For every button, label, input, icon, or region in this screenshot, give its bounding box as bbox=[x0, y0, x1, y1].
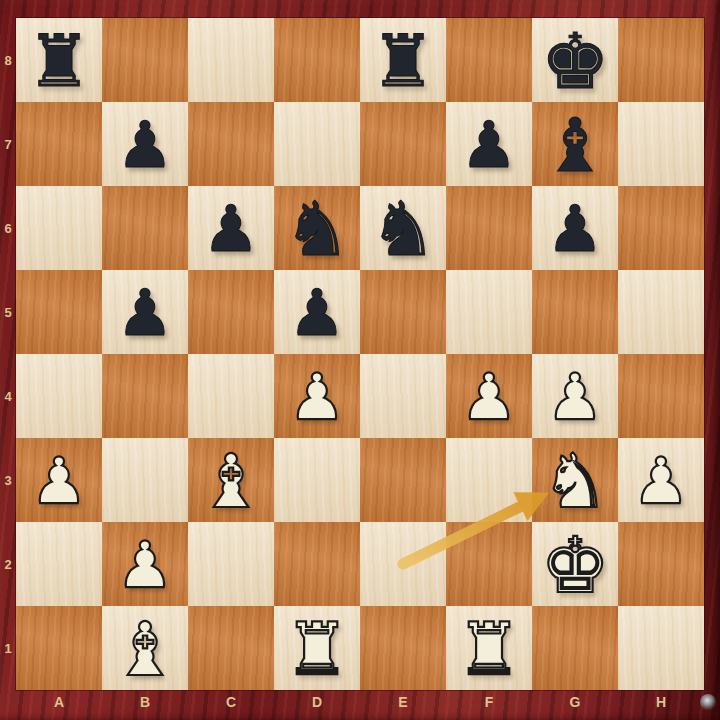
square-g8: ♚ bbox=[532, 18, 618, 102]
black-king-g8: ♚ bbox=[540, 23, 609, 100]
square-d4: ♟ bbox=[274, 354, 360, 438]
file-label-d: D bbox=[274, 690, 360, 720]
file-label-e: E bbox=[360, 690, 446, 720]
glossy-dot bbox=[700, 694, 716, 710]
file-label-f: F bbox=[446, 690, 532, 720]
square-b6 bbox=[102, 186, 188, 270]
white-pawn-f4: ♟ bbox=[460, 365, 517, 429]
file-label-c: C bbox=[188, 690, 274, 720]
square-a2 bbox=[16, 522, 102, 606]
square-d8 bbox=[274, 18, 360, 102]
square-c8 bbox=[188, 18, 274, 102]
file-label-g: G bbox=[532, 690, 618, 720]
rank-label-2: 2 bbox=[0, 522, 16, 606]
board: ♜♜♚♟♟♝♟♞♞♟♟♟♟♟♟♟♝♞♟♟♚♝♜♜ bbox=[16, 18, 704, 690]
white-bishop-b1: ♝ bbox=[112, 612, 178, 686]
file-label-h: H bbox=[618, 690, 704, 720]
white-rook-d1: ♜ bbox=[285, 613, 350, 685]
white-pawn-h3: ♟ bbox=[632, 449, 689, 513]
square-a4 bbox=[16, 354, 102, 438]
square-h1 bbox=[618, 606, 704, 690]
square-a8: ♜ bbox=[16, 18, 102, 102]
square-c7 bbox=[188, 102, 274, 186]
square-g5 bbox=[532, 270, 618, 354]
rank-label-4: 4 bbox=[0, 354, 16, 438]
square-a1 bbox=[16, 606, 102, 690]
square-c1 bbox=[188, 606, 274, 690]
square-b2: ♟ bbox=[102, 522, 188, 606]
rank-label-5: 5 bbox=[0, 270, 16, 354]
black-rook-e8: ♜ bbox=[371, 25, 436, 97]
square-e6: ♞ bbox=[360, 186, 446, 270]
square-f3 bbox=[446, 438, 532, 522]
square-c5 bbox=[188, 270, 274, 354]
black-bishop-g7: ♝ bbox=[542, 108, 608, 182]
square-c6: ♟ bbox=[188, 186, 274, 270]
square-b4 bbox=[102, 354, 188, 438]
square-g7: ♝ bbox=[532, 102, 618, 186]
black-pawn-b7: ♟ bbox=[116, 113, 173, 177]
square-c3: ♝ bbox=[188, 438, 274, 522]
square-h7 bbox=[618, 102, 704, 186]
square-a5 bbox=[16, 270, 102, 354]
rank-label-8: 8 bbox=[0, 18, 16, 102]
square-a6 bbox=[16, 186, 102, 270]
file-label-a: A bbox=[16, 690, 102, 720]
square-g4: ♟ bbox=[532, 354, 618, 438]
square-f5 bbox=[446, 270, 532, 354]
square-f8 bbox=[446, 18, 532, 102]
square-h2 bbox=[618, 522, 704, 606]
black-pawn-d5: ♟ bbox=[288, 281, 345, 345]
file-labels: ABCDEFGH bbox=[16, 690, 704, 720]
square-d1: ♜ bbox=[274, 606, 360, 690]
square-b1: ♝ bbox=[102, 606, 188, 690]
square-f2 bbox=[446, 522, 532, 606]
square-f4: ♟ bbox=[446, 354, 532, 438]
chess-diagram: 87654321 ABCDEFGH ♜♜♚♟♟♝♟♞♞♟♟♟♟♟♟♟♝♞♟♟♚♝… bbox=[0, 0, 720, 720]
black-knight-e6: ♞ bbox=[369, 192, 436, 267]
white-pawn-d4: ♟ bbox=[288, 365, 345, 429]
rank-label-1: 1 bbox=[0, 606, 16, 690]
square-e8: ♜ bbox=[360, 18, 446, 102]
square-f6 bbox=[446, 186, 532, 270]
square-d6: ♞ bbox=[274, 186, 360, 270]
square-c2 bbox=[188, 522, 274, 606]
square-f1: ♜ bbox=[446, 606, 532, 690]
square-d5: ♟ bbox=[274, 270, 360, 354]
black-knight-d6: ♞ bbox=[283, 192, 350, 267]
square-c4 bbox=[188, 354, 274, 438]
white-bishop-c3: ♝ bbox=[198, 444, 264, 518]
square-f7: ♟ bbox=[446, 102, 532, 186]
rank-labels: 87654321 bbox=[0, 18, 16, 690]
square-d7 bbox=[274, 102, 360, 186]
square-h8 bbox=[618, 18, 704, 102]
square-g6: ♟ bbox=[532, 186, 618, 270]
square-h6 bbox=[618, 186, 704, 270]
file-label-b: B bbox=[102, 690, 188, 720]
square-e2 bbox=[360, 522, 446, 606]
black-pawn-f7: ♟ bbox=[460, 113, 517, 177]
white-pawn-g4: ♟ bbox=[546, 365, 603, 429]
square-b8 bbox=[102, 18, 188, 102]
square-h4 bbox=[618, 354, 704, 438]
rank-label-3: 3 bbox=[0, 438, 16, 522]
square-b7: ♟ bbox=[102, 102, 188, 186]
square-b5: ♟ bbox=[102, 270, 188, 354]
black-pawn-b5: ♟ bbox=[116, 281, 173, 345]
square-h3: ♟ bbox=[618, 438, 704, 522]
square-e7 bbox=[360, 102, 446, 186]
rank-label-6: 6 bbox=[0, 186, 16, 270]
white-rook-f1: ♜ bbox=[457, 613, 522, 685]
square-e1 bbox=[360, 606, 446, 690]
square-g3: ♞ bbox=[532, 438, 618, 522]
black-rook-a8: ♜ bbox=[27, 25, 92, 97]
rank-label-7: 7 bbox=[0, 102, 16, 186]
square-a7 bbox=[16, 102, 102, 186]
square-g2: ♚ bbox=[532, 522, 618, 606]
white-pawn-a3: ♟ bbox=[30, 449, 87, 513]
white-king-g2: ♚ bbox=[540, 527, 609, 604]
square-d3 bbox=[274, 438, 360, 522]
square-e5 bbox=[360, 270, 446, 354]
black-pawn-c6: ♟ bbox=[202, 197, 259, 261]
square-e3 bbox=[360, 438, 446, 522]
white-pawn-b2: ♟ bbox=[116, 533, 173, 597]
square-g1 bbox=[532, 606, 618, 690]
square-b3 bbox=[102, 438, 188, 522]
square-h5 bbox=[618, 270, 704, 354]
square-e4 bbox=[360, 354, 446, 438]
square-d2 bbox=[274, 522, 360, 606]
white-knight-g3: ♞ bbox=[541, 444, 608, 519]
black-pawn-g6: ♟ bbox=[546, 197, 603, 261]
square-a3: ♟ bbox=[16, 438, 102, 522]
